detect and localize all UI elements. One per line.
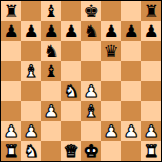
- square-e1[interactable]: ♚: [81, 141, 101, 161]
- piece-black-rook: ♜: [143, 1, 158, 21]
- square-a4[interactable]: [1, 81, 21, 101]
- square-f6[interactable]: ♛: [101, 41, 121, 61]
- square-c4[interactable]: [41, 81, 61, 101]
- piece-black-knight: ♞: [83, 21, 98, 41]
- square-h4[interactable]: [141, 81, 161, 101]
- square-c2[interactable]: [41, 121, 61, 141]
- piece-white-pawn: ♟: [3, 121, 18, 141]
- square-c7[interactable]: ♟: [41, 21, 61, 41]
- piece-white-pawn: ♟: [143, 121, 158, 141]
- piece-white-pawn: ♟: [23, 121, 38, 141]
- square-h5[interactable]: [141, 61, 161, 81]
- square-h8[interactable]: ♜: [141, 1, 161, 21]
- piece-black-pawn: ♟: [143, 21, 158, 41]
- square-g6[interactable]: [121, 41, 141, 61]
- piece-white-pawn: ♟: [83, 81, 98, 101]
- piece-black-bishop: ♝: [43, 61, 58, 81]
- piece-black-pawn: ♟: [23, 21, 38, 41]
- square-g3[interactable]: [121, 101, 141, 121]
- piece-white-pawn: ♟: [43, 101, 58, 121]
- square-b3[interactable]: [21, 101, 41, 121]
- square-g7[interactable]: ♟: [121, 21, 141, 41]
- square-d8[interactable]: [61, 1, 81, 21]
- square-e4[interactable]: ♟: [81, 81, 101, 101]
- piece-white-bishop: ♝: [23, 61, 38, 81]
- square-a6[interactable]: [1, 41, 21, 61]
- square-d6[interactable]: [61, 41, 81, 61]
- piece-black-pawn: ♟: [63, 21, 78, 41]
- square-h7[interactable]: ♟: [141, 21, 161, 41]
- square-c1[interactable]: [41, 141, 61, 161]
- square-b5[interactable]: ♝: [21, 61, 41, 81]
- piece-black-pawn: ♟: [123, 21, 138, 41]
- piece-black-pawn: ♟: [43, 21, 58, 41]
- square-b8[interactable]: [21, 1, 41, 21]
- piece-black-rook: ♜: [3, 1, 18, 21]
- square-b6[interactable]: [21, 41, 41, 61]
- square-b7[interactable]: ♟: [21, 21, 41, 41]
- square-f5[interactable]: [101, 61, 121, 81]
- square-f2[interactable]: ♟: [101, 121, 121, 141]
- square-d1[interactable]: ♛: [61, 141, 81, 161]
- piece-white-rook: ♜: [143, 141, 158, 161]
- square-d5[interactable]: [61, 61, 81, 81]
- piece-white-pawn: ♟: [123, 121, 138, 141]
- piece-white-knight: ♞: [23, 141, 38, 161]
- square-a3[interactable]: [1, 101, 21, 121]
- square-a7[interactable]: ♟: [1, 21, 21, 41]
- square-f4[interactable]: [101, 81, 121, 101]
- piece-black-bishop: ♝: [43, 1, 58, 21]
- square-b1[interactable]: ♞: [21, 141, 41, 161]
- square-a1[interactable]: ♜: [1, 141, 21, 161]
- square-d4[interactable]: ♞: [61, 81, 81, 101]
- square-e3[interactable]: ♝: [81, 101, 101, 121]
- square-e2[interactable]: [81, 121, 101, 141]
- chess-board: ♜♝♚♜♟♟♟♟♞♟♟♟♞♛♝♝♞♟♟♝♟♟♟♟♟♜♞♛♚♜: [0, 0, 162, 162]
- square-d7[interactable]: ♟: [61, 21, 81, 41]
- square-a2[interactable]: ♟: [1, 121, 21, 141]
- square-h1[interactable]: ♜: [141, 141, 161, 161]
- square-c8[interactable]: ♝: [41, 1, 61, 21]
- square-b4[interactable]: [21, 81, 41, 101]
- square-e6[interactable]: [81, 41, 101, 61]
- square-f8[interactable]: [101, 1, 121, 21]
- square-e8[interactable]: ♚: [81, 1, 101, 21]
- square-c3[interactable]: ♟: [41, 101, 61, 121]
- piece-black-king: ♚: [83, 1, 98, 21]
- piece-white-rook: ♜: [3, 141, 18, 161]
- piece-white-queen: ♛: [63, 141, 78, 161]
- piece-black-knight: ♞: [43, 41, 58, 61]
- piece-black-pawn: ♟: [3, 21, 18, 41]
- square-a8[interactable]: ♜: [1, 1, 21, 21]
- square-f7[interactable]: ♟: [101, 21, 121, 41]
- square-a5[interactable]: [1, 61, 21, 81]
- square-g2[interactable]: ♟: [121, 121, 141, 141]
- square-g5[interactable]: [121, 61, 141, 81]
- piece-white-pawn: ♟: [103, 121, 118, 141]
- piece-white-king: ♚: [83, 141, 98, 161]
- square-d3[interactable]: [61, 101, 81, 121]
- square-e5[interactable]: [81, 61, 101, 81]
- square-c6[interactable]: ♞: [41, 41, 61, 61]
- square-c5[interactable]: ♝: [41, 61, 61, 81]
- square-g1[interactable]: [121, 141, 141, 161]
- square-f3[interactable]: [101, 101, 121, 121]
- square-h2[interactable]: ♟: [141, 121, 161, 141]
- square-g4[interactable]: [121, 81, 141, 101]
- piece-black-queen: ♛: [103, 41, 118, 61]
- square-h6[interactable]: [141, 41, 161, 61]
- square-d2[interactable]: [61, 121, 81, 141]
- piece-black-pawn: ♟: [103, 21, 118, 41]
- square-g8[interactable]: [121, 1, 141, 21]
- piece-white-bishop: ♝: [83, 101, 98, 121]
- square-b2[interactable]: ♟: [21, 121, 41, 141]
- piece-white-knight: ♞: [63, 81, 78, 101]
- square-h3[interactable]: [141, 101, 161, 121]
- square-e7[interactable]: ♞: [81, 21, 101, 41]
- square-f1[interactable]: [101, 141, 121, 161]
